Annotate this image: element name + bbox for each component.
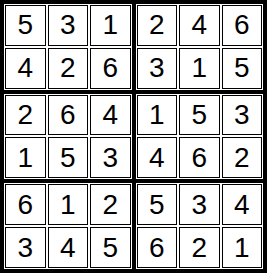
sudoku-cell-r4c4[interactable]: 4	[137, 137, 178, 178]
sudoku-box-bottom-left: 6 1 2 3 4 5	[4, 183, 132, 269]
sudoku-cell-r6c6[interactable]: 1	[222, 227, 263, 268]
sudoku-cell-r1c5[interactable]: 4	[179, 5, 220, 46]
sudoku-cell-r3c5[interactable]: 5	[179, 95, 220, 136]
sudoku-cell-r5c1[interactable]: 6	[5, 184, 46, 225]
sudoku-cell-r2c3[interactable]: 6	[90, 48, 131, 89]
sudoku-cell-r2c4[interactable]: 3	[137, 48, 178, 89]
sudoku-cell-r3c4[interactable]: 1	[137, 95, 178, 136]
sudoku-box-top-left: 5 3 1 4 2 6	[4, 4, 132, 90]
sudoku-cell-r6c3[interactable]: 5	[90, 227, 131, 268]
sudoku-box-middle-right: 1 5 3 4 6 2	[136, 94, 264, 180]
sudoku-cell-r3c2[interactable]: 6	[48, 95, 89, 136]
sudoku-box-top-right: 2 4 6 3 1 5	[136, 4, 264, 90]
sudoku-cell-r5c4[interactable]: 5	[137, 184, 178, 225]
sudoku-cell-r4c1[interactable]: 1	[5, 137, 46, 178]
sudoku-cell-r6c5[interactable]: 2	[179, 227, 220, 268]
sudoku-cell-r2c5[interactable]: 1	[179, 48, 220, 89]
sudoku-cell-r5c3[interactable]: 2	[90, 184, 131, 225]
sudoku-cell-r1c4[interactable]: 2	[137, 5, 178, 46]
sudoku-cell-r2c1[interactable]: 4	[5, 48, 46, 89]
sudoku-cell-r1c2[interactable]: 3	[48, 5, 89, 46]
sudoku-box-bottom-right: 5 3 4 6 2 1	[136, 183, 264, 269]
sudoku-cell-r2c2[interactable]: 2	[48, 48, 89, 89]
sudoku-cell-r6c4[interactable]: 6	[137, 227, 178, 268]
sudoku-cell-r5c2[interactable]: 1	[48, 184, 89, 225]
sudoku-cell-r4c6[interactable]: 2	[222, 137, 263, 178]
sudoku-cell-r5c5[interactable]: 3	[179, 184, 220, 225]
sudoku-cell-r6c1[interactable]: 3	[5, 227, 46, 268]
sudoku-cell-r4c3[interactable]: 3	[90, 137, 131, 178]
sudoku-box-middle-left: 2 6 4 1 5 3	[4, 94, 132, 180]
sudoku-cell-r1c1[interactable]: 5	[5, 5, 46, 46]
sudoku-cell-r4c2[interactable]: 5	[48, 137, 89, 178]
sudoku-cell-r4c5[interactable]: 6	[179, 137, 220, 178]
sudoku-cell-r3c6[interactable]: 3	[222, 95, 263, 136]
sudoku-cell-r1c3[interactable]: 1	[90, 5, 131, 46]
sudoku-cell-r2c6[interactable]: 5	[222, 48, 263, 89]
sudoku-board: 5 3 1 4 2 6 2 4 6 3 1 5 2 6 4 1 5 3 1 5 …	[0, 0, 267, 273]
sudoku-cell-r3c1[interactable]: 2	[5, 95, 46, 136]
sudoku-cell-r3c3[interactable]: 4	[90, 95, 131, 136]
sudoku-cell-r1c6[interactable]: 6	[222, 5, 263, 46]
sudoku-cell-r6c2[interactable]: 4	[48, 227, 89, 268]
sudoku-cell-r5c6[interactable]: 4	[222, 184, 263, 225]
